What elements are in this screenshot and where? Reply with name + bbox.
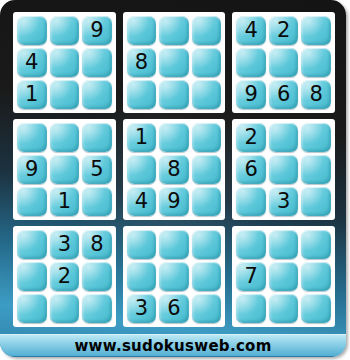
cell-r5c8[interactable] <box>269 155 299 184</box>
cell-r4c3[interactable] <box>82 123 112 152</box>
cell-r1c7[interactable]: 4 <box>236 16 266 45</box>
cell-r1c5[interactable] <box>159 16 189 45</box>
cell-r7c2[interactable]: 3 <box>50 230 80 259</box>
cell-r4c1[interactable] <box>17 123 47 152</box>
cell-r3c3[interactable] <box>82 80 112 109</box>
cell-r1c6[interactable] <box>192 16 222 45</box>
cell-r5c5[interactable]: 8 <box>159 155 189 184</box>
cell-r3c7[interactable]: 9 <box>236 80 266 109</box>
cell-r3c9[interactable]: 8 <box>301 80 331 109</box>
cell-r3c5[interactable] <box>159 80 189 109</box>
website-url: www.sudokusweb.com <box>74 337 271 355</box>
cell-r4c8[interactable] <box>269 123 299 152</box>
cell-r2c5[interactable] <box>159 48 189 77</box>
cell-r9c8[interactable] <box>269 294 299 323</box>
box-2-3: 263 <box>232 119 335 220</box>
cell-r5c6[interactable] <box>192 155 222 184</box>
cell-r8c5[interactable] <box>159 262 189 291</box>
cell-r8c3[interactable] <box>82 262 112 291</box>
cell-r3c1[interactable]: 1 <box>17 80 47 109</box>
cell-r4c5[interactable] <box>159 123 189 152</box>
cell-r6c3[interactable] <box>82 187 112 216</box>
cell-r6c6[interactable] <box>192 187 222 216</box>
cell-r5c3[interactable]: 5 <box>82 155 112 184</box>
footer-bar: www.sudokusweb.com <box>0 334 346 357</box>
cell-r2c8[interactable] <box>269 48 299 77</box>
box-2-1: 951 <box>13 119 116 220</box>
cell-r9c6[interactable] <box>192 294 222 323</box>
cell-r5c7[interactable]: 6 <box>236 155 266 184</box>
cell-r1c3[interactable]: 9 <box>82 16 112 45</box>
cell-r6c5[interactable]: 9 <box>159 187 189 216</box>
cell-r5c2[interactable] <box>50 155 80 184</box>
cell-r2c4[interactable]: 8 <box>127 48 157 77</box>
cell-r9c9[interactable] <box>301 294 331 323</box>
cell-r8c7[interactable]: 7 <box>236 262 266 291</box>
cell-r4c2[interactable] <box>50 123 80 152</box>
cell-r1c4[interactable] <box>127 16 157 45</box>
box-1-2: 8 <box>123 12 226 113</box>
cell-r2c7[interactable] <box>236 48 266 77</box>
cell-r8c2[interactable]: 2 <box>50 262 80 291</box>
cell-r4c7[interactable]: 2 <box>236 123 266 152</box>
box-1-3: 42968 <box>232 12 335 113</box>
cell-r6c9[interactable] <box>301 187 331 216</box>
cell-r8c6[interactable] <box>192 262 222 291</box>
cell-r1c9[interactable] <box>301 16 331 45</box>
cell-r8c1[interactable] <box>17 262 47 291</box>
cell-r1c1[interactable] <box>17 16 47 45</box>
box-2-2: 1849 <box>123 119 226 220</box>
cell-r7c9[interactable] <box>301 230 331 259</box>
sudoku-board: 9418429689511849263382367 <box>13 12 335 327</box>
cell-r7c3[interactable]: 8 <box>82 230 112 259</box>
cell-r9c5[interactable]: 6 <box>159 294 189 323</box>
cell-r5c9[interactable] <box>301 155 331 184</box>
cell-r6c8[interactable]: 3 <box>269 187 299 216</box>
box-3-2: 36 <box>123 226 226 327</box>
cell-r9c2[interactable] <box>50 294 80 323</box>
cell-r8c4[interactable] <box>127 262 157 291</box>
box-1-1: 941 <box>13 12 116 113</box>
cell-r6c1[interactable] <box>17 187 47 216</box>
cell-r9c3[interactable] <box>82 294 112 323</box>
cell-r3c2[interactable] <box>50 80 80 109</box>
cell-r3c4[interactable] <box>127 80 157 109</box>
box-3-1: 382 <box>13 226 116 327</box>
cell-r2c1[interactable]: 4 <box>17 48 47 77</box>
cell-r6c2[interactable]: 1 <box>50 187 80 216</box>
cell-r7c6[interactable] <box>192 230 222 259</box>
cell-r6c7[interactable] <box>236 187 266 216</box>
cell-r2c3[interactable] <box>82 48 112 77</box>
cell-r4c4[interactable]: 1 <box>127 123 157 152</box>
cell-r9c1[interactable] <box>17 294 47 323</box>
cell-r4c6[interactable] <box>192 123 222 152</box>
cell-r8c8[interactable] <box>269 262 299 291</box>
sudoku-panel: 9418429689511849263382367 www.sudokusweb… <box>0 0 346 357</box>
cell-r9c7[interactable] <box>236 294 266 323</box>
cell-r2c2[interactable] <box>50 48 80 77</box>
cell-r4c9[interactable] <box>301 123 331 152</box>
cell-r1c8[interactable]: 2 <box>269 16 299 45</box>
cell-r9c4[interactable]: 3 <box>127 294 157 323</box>
page: 9418429689511849263382367 www.sudokusweb… <box>0 0 350 360</box>
cell-r7c4[interactable] <box>127 230 157 259</box>
cell-r7c1[interactable] <box>17 230 47 259</box>
cell-r2c6[interactable] <box>192 48 222 77</box>
box-3-3: 7 <box>232 226 335 327</box>
cell-r7c8[interactable] <box>269 230 299 259</box>
cell-r7c7[interactable] <box>236 230 266 259</box>
cell-r8c9[interactable] <box>301 262 331 291</box>
cell-r3c8[interactable]: 6 <box>269 80 299 109</box>
cell-r1c2[interactable] <box>50 16 80 45</box>
cell-r6c4[interactable]: 4 <box>127 187 157 216</box>
cell-r5c4[interactable] <box>127 155 157 184</box>
cell-r2c9[interactable] <box>301 48 331 77</box>
cell-r5c1[interactable]: 9 <box>17 155 47 184</box>
cell-r3c6[interactable] <box>192 80 222 109</box>
cell-r7c5[interactable] <box>159 230 189 259</box>
